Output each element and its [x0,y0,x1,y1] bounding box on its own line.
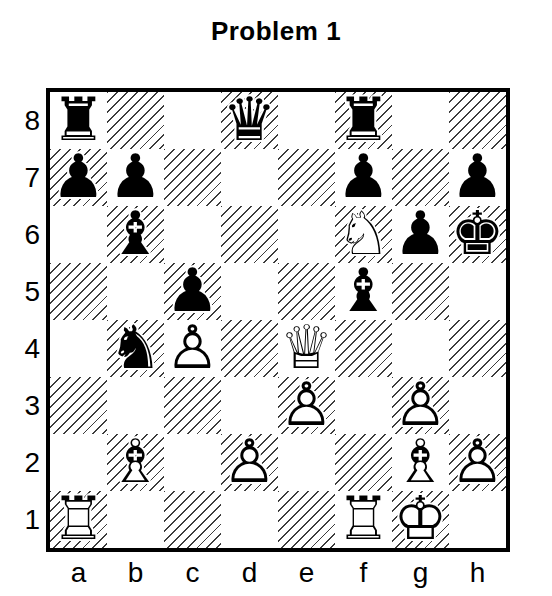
file-labels: abcdefgh [50,552,506,594]
rank-label-7: 7 [0,149,40,206]
piece-glyph: ♕ [278,319,335,376]
piece-black-bishop[interactable]: ♝ [107,206,164,263]
square-g8[interactable] [392,92,449,149]
square-b1[interactable] [107,491,164,548]
piece-glyph: ♙ [278,376,335,433]
file-label-b: b [107,552,164,594]
piece-glyph: ♟ [449,148,506,205]
square-b4[interactable]: ♞ [107,320,164,377]
square-d6[interactable] [221,206,278,263]
piece-white-pawn[interactable]: ♟♙ [278,377,335,434]
square-a6[interactable] [50,206,107,263]
piece-glyph: ♝ [335,262,392,319]
piece-glyph: ♙ [449,433,506,490]
square-e2[interactable] [278,434,335,491]
square-h1[interactable] [449,491,506,548]
square-c3[interactable] [164,377,221,434]
piece-glyph: ♗ [107,433,164,490]
square-a1[interactable]: ♜♖ [50,491,107,548]
square-e7[interactable] [278,149,335,206]
piece-black-bishop[interactable]: ♝ [335,263,392,320]
rank-label-8: 8 [0,92,40,149]
file-label-g: g [392,552,449,594]
square-b2[interactable]: ♝♗ [107,434,164,491]
square-c4[interactable]: ♟♙ [164,320,221,377]
chess-board[interactable]: ♜♛♜♟♟♟♟♝♞♘♟♚♟♝♞♟♙♛♕♟♙♟♙♝♗♟♙♝♗♟♙♜♖♜♖♚♔ [46,88,510,552]
square-a3[interactable] [50,377,107,434]
file-label-f: f [335,552,392,594]
square-e6[interactable] [278,206,335,263]
rank-label-1: 1 [0,491,40,548]
square-h4[interactable] [449,320,506,377]
rank-label-2: 2 [0,434,40,491]
problem-title: Problem 1 [0,16,552,47]
square-d8[interactable]: ♛ [221,92,278,149]
square-g1[interactable]: ♚♔ [392,491,449,548]
square-c1[interactable] [164,491,221,548]
square-a4[interactable] [50,320,107,377]
piece-glyph: ♘ [335,205,392,262]
square-f5[interactable]: ♝ [335,263,392,320]
piece-white-rook[interactable]: ♜♖ [335,491,392,548]
square-c8[interactable] [164,92,221,149]
square-e8[interactable] [278,92,335,149]
square-f3[interactable] [335,377,392,434]
rank-label-6: 6 [0,206,40,263]
square-h5[interactable] [449,263,506,320]
piece-black-knight[interactable]: ♞ [107,320,164,377]
rank-label-5: 5 [0,263,40,320]
file-label-h: h [449,552,506,594]
piece-glyph: ♞ [107,319,164,376]
piece-glyph: ♙ [221,433,278,490]
piece-glyph: ♙ [164,319,221,376]
rank-label-3: 3 [0,377,40,434]
piece-white-king[interactable]: ♚♔ [392,491,449,548]
rank-label-4: 4 [0,320,40,377]
piece-glyph: ♖ [50,490,107,547]
square-b6[interactable]: ♝ [107,206,164,263]
square-c2[interactable] [164,434,221,491]
piece-glyph: ♟ [392,205,449,262]
square-g5[interactable] [392,263,449,320]
square-a5[interactable] [50,263,107,320]
piece-black-queen[interactable]: ♛ [221,92,278,149]
piece-glyph: ♖ [335,490,392,547]
square-h2[interactable]: ♟♙ [449,434,506,491]
square-f1[interactable]: ♜♖ [335,491,392,548]
square-d4[interactable] [221,320,278,377]
piece-white-pawn[interactable]: ♟♙ [164,320,221,377]
piece-white-pawn[interactable]: ♟♙ [449,434,506,491]
square-d5[interactable] [221,263,278,320]
piece-black-king[interactable]: ♚ [449,206,506,263]
file-label-a: a [50,552,107,594]
rank-labels: 87654321 [0,92,40,548]
piece-glyph: ♟ [335,148,392,205]
piece-glyph: ♛ [221,91,278,148]
square-e1[interactable] [278,491,335,548]
square-d7[interactable] [221,149,278,206]
piece-glyph: ♔ [392,490,449,547]
chess-problem-diagram: Problem 1 87654321 ♜♛♜♟♟♟♟♝♞♘♟♚♟♝♞♟♙♛♕♟♙… [0,0,552,596]
piece-black-pawn[interactable]: ♟ [50,149,107,206]
piece-glyph: ♚ [449,205,506,262]
piece-glyph: ♗ [392,433,449,490]
square-c7[interactable] [164,149,221,206]
piece-glyph: ♜ [335,91,392,148]
square-g6[interactable]: ♟ [392,206,449,263]
piece-glyph: ♟ [107,148,164,205]
square-a7[interactable]: ♟ [50,149,107,206]
piece-black-pawn[interactable]: ♟ [392,206,449,263]
piece-white-rook[interactable]: ♜♖ [50,491,107,548]
square-e3[interactable]: ♟♙ [278,377,335,434]
square-d2[interactable]: ♟♙ [221,434,278,491]
file-label-d: d [221,552,278,594]
file-label-c: c [164,552,221,594]
piece-glyph: ♜ [50,91,107,148]
piece-glyph: ♝ [107,205,164,262]
square-h6[interactable]: ♚ [449,206,506,263]
piece-glyph: ♟ [50,148,107,205]
piece-glyph: ♟ [164,262,221,319]
piece-white-bishop[interactable]: ♝♗ [107,434,164,491]
piece-white-pawn[interactable]: ♟♙ [221,434,278,491]
file-label-e: e [278,552,335,594]
square-f4[interactable] [335,320,392,377]
square-d1[interactable] [221,491,278,548]
piece-glyph: ♙ [392,376,449,433]
